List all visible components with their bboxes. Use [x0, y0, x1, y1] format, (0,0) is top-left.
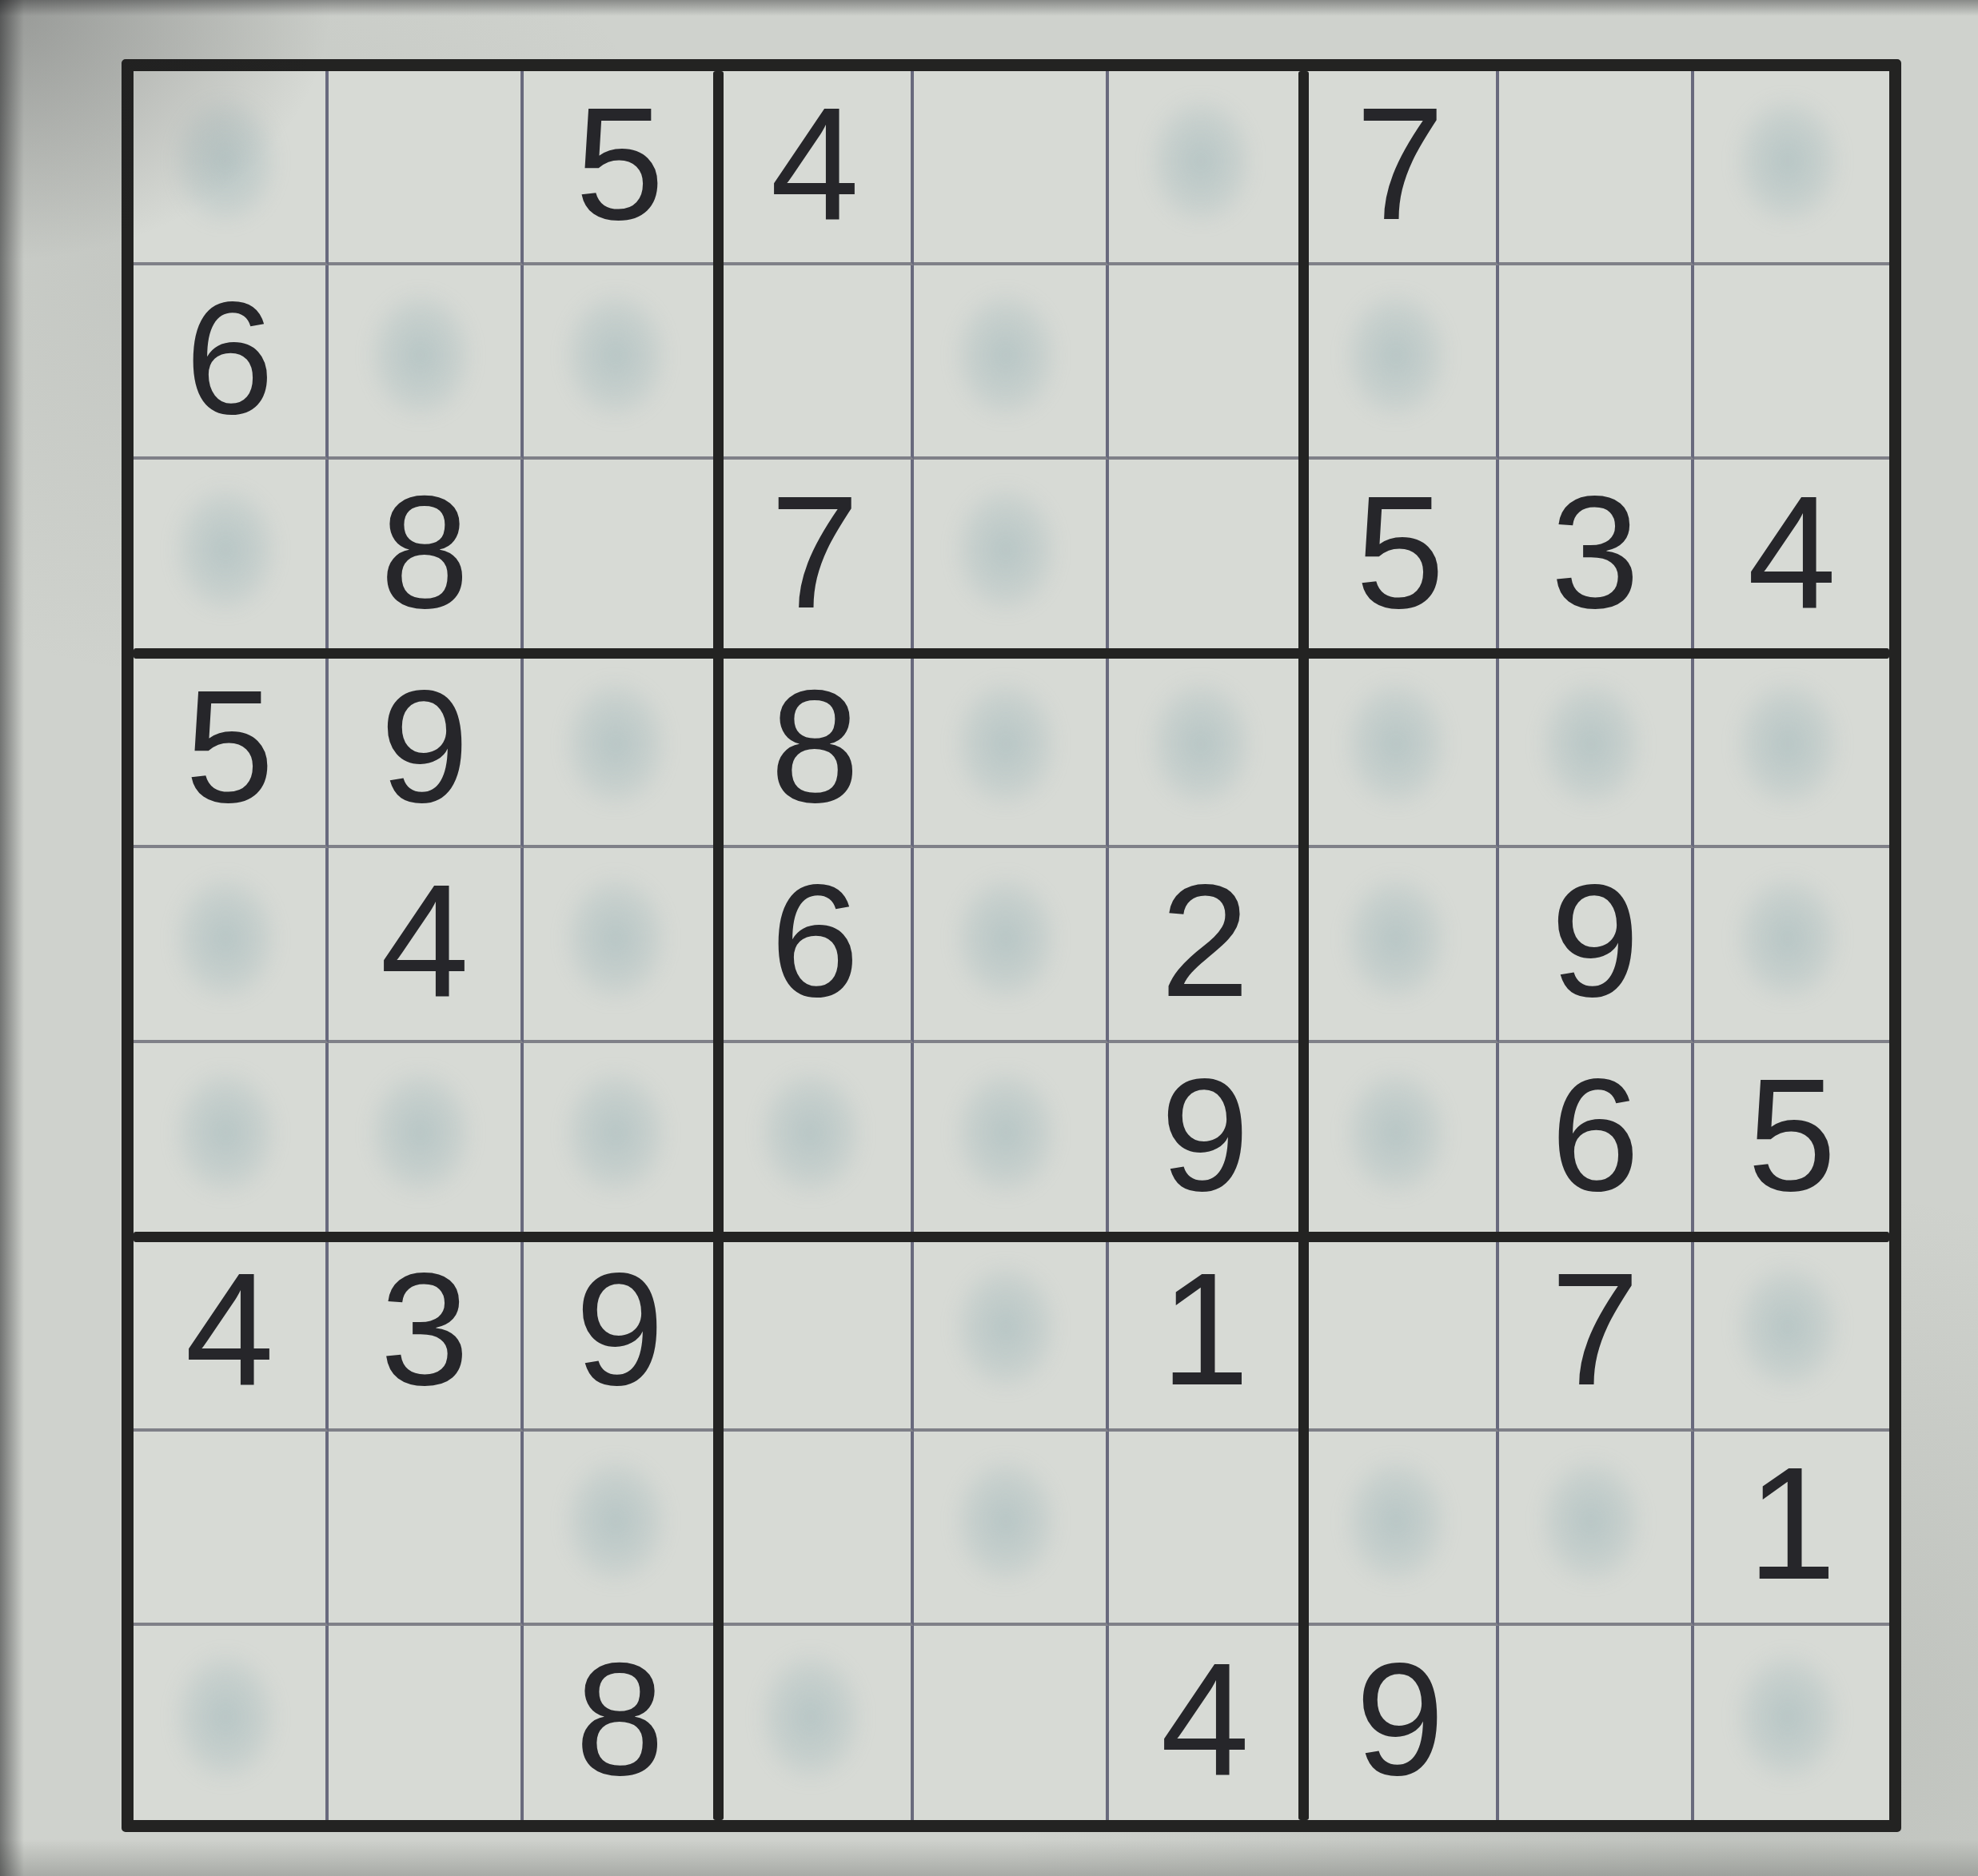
given-digit: 1 [1747, 1444, 1836, 1603]
cell-r6c5 [914, 1043, 1109, 1237]
cell-r6c2 [329, 1043, 524, 1237]
cell-r5c6: 2 [1109, 848, 1304, 1042]
cell-r8c6 [1109, 1432, 1304, 1626]
given-digit: 8 [575, 1639, 664, 1799]
cell-r4c7 [1304, 654, 1499, 848]
cell-r8c7 [1304, 1432, 1499, 1626]
bleed-through-ghost [952, 679, 1059, 809]
bleed-through-ghost [952, 1262, 1059, 1392]
given-digit: 8 [380, 472, 469, 632]
cell-r6c7 [1304, 1043, 1499, 1237]
bleed-through-ghost [757, 1068, 864, 1198]
box-divider-horizontal-2 [134, 1232, 1889, 1242]
given-digit: 9 [380, 667, 469, 826]
bleed-through-ghost [172, 1651, 279, 1782]
given-digit: 5 [185, 667, 273, 826]
given-digit: 6 [185, 278, 273, 438]
cell-r5c7 [1304, 848, 1499, 1042]
cell-r4c4: 8 [719, 654, 914, 848]
bleed-through-ghost [952, 1456, 1059, 1587]
cell-r6c4 [719, 1043, 914, 1237]
photo-shadow-bottom-edge [0, 1839, 1978, 1876]
cell-r8c4 [719, 1432, 914, 1626]
cell-r5c3 [524, 848, 719, 1042]
cell-r1c7: 7 [1304, 71, 1499, 265]
cell-r5c1 [134, 848, 329, 1042]
cell-r8c2 [329, 1432, 524, 1626]
bleed-through-ghost [1342, 679, 1450, 809]
cell-r8c9: 1 [1694, 1432, 1889, 1626]
given-digit: 9 [1160, 1055, 1249, 1215]
cell-r9c2 [329, 1626, 524, 1820]
bleed-through-ghost [1733, 1262, 1843, 1392]
cell-r4c2: 9 [329, 654, 524, 848]
cell-r2c8 [1499, 265, 1694, 460]
cell-r3c1 [134, 460, 329, 654]
given-digit: 2 [1160, 861, 1249, 1021]
given-digit: 7 [1355, 84, 1444, 244]
given-digit: 4 [185, 1249, 273, 1409]
cell-r2c1: 6 [134, 265, 329, 460]
bleed-through-ghost [562, 290, 669, 420]
given-digit: 5 [1747, 1055, 1836, 1215]
cell-r6c9: 5 [1694, 1043, 1889, 1237]
bleed-through-ghost [367, 290, 474, 420]
given-digit: 9 [1355, 1639, 1444, 1799]
bleed-through-ghost [952, 290, 1059, 420]
cell-r3c2: 8 [329, 460, 524, 654]
cell-r4c3 [524, 654, 719, 848]
cell-r8c3 [524, 1432, 719, 1626]
given-digit: 4 [380, 861, 469, 1021]
cell-r6c6: 9 [1109, 1043, 1304, 1237]
cell-r7c3: 9 [524, 1237, 719, 1432]
cell-r1c8 [1499, 71, 1694, 265]
bleed-through-ghost [172, 874, 279, 1004]
cell-r3c6 [1109, 460, 1304, 654]
cell-r1c5 [914, 71, 1109, 265]
cell-r7c5 [914, 1237, 1109, 1432]
cell-r1c6 [1109, 71, 1304, 265]
cell-r5c8: 9 [1499, 848, 1694, 1042]
cell-r7c1: 4 [134, 1237, 329, 1432]
cell-r8c8 [1499, 1432, 1694, 1626]
given-digit: 7 [770, 472, 859, 632]
cell-r7c2: 3 [329, 1237, 524, 1432]
cell-r9c3: 8 [524, 1626, 719, 1820]
bleed-through-ghost [1733, 96, 1843, 226]
cell-r9c9 [1694, 1626, 1889, 1820]
given-digit: 4 [770, 84, 859, 244]
cell-r2c2 [329, 265, 524, 460]
cell-r3c9: 4 [1694, 460, 1889, 654]
cell-r9c1 [134, 1626, 329, 1820]
bleed-through-ghost [1733, 874, 1843, 1004]
cell-r7c7 [1304, 1237, 1499, 1432]
given-digit: 3 [1550, 472, 1639, 632]
bleed-through-ghost [1342, 874, 1450, 1004]
given-digit: 9 [1550, 861, 1639, 1021]
cell-r2c9 [1694, 265, 1889, 460]
cell-r8c5 [914, 1432, 1109, 1626]
cell-r4c9 [1694, 654, 1889, 848]
photo-of-sudoku-page: 5476875345984629965439171849 [0, 0, 1978, 1876]
bleed-through-ghost [172, 96, 279, 226]
cell-r3c4: 7 [719, 460, 914, 654]
cell-r9c7: 9 [1304, 1626, 1499, 1820]
cell-r1c1 [134, 71, 329, 265]
cell-r2c7 [1304, 265, 1499, 460]
cell-r5c5 [914, 848, 1109, 1042]
bleed-through-ghost [952, 484, 1059, 615]
cell-r7c4 [719, 1237, 914, 1432]
cell-r3c3 [524, 460, 719, 654]
cell-r9c4 [719, 1626, 914, 1820]
photo-shadow-top-edge [0, 0, 1978, 16]
cell-r2c5 [914, 265, 1109, 460]
cell-r4c1: 5 [134, 654, 329, 848]
cell-r4c6 [1109, 654, 1304, 848]
cell-r2c3 [524, 265, 719, 460]
box-divider-horizontal-1 [134, 648, 1889, 659]
cell-r6c1 [134, 1043, 329, 1237]
bleed-through-ghost [562, 874, 669, 1004]
bleed-through-ghost [757, 1651, 864, 1782]
bleed-through-ghost [1342, 290, 1450, 420]
given-digit: 8 [770, 667, 859, 826]
given-digit: 6 [770, 861, 859, 1021]
bleed-through-ghost [562, 1456, 669, 1587]
bleed-through-ghost [1537, 679, 1645, 809]
cell-r9c5 [914, 1626, 1109, 1820]
given-digit: 7 [1550, 1249, 1639, 1409]
sudoku-board: 5476875345984629965439171849 [122, 59, 1901, 1832]
given-digit: 5 [1355, 472, 1444, 632]
box-divider-vertical-1 [713, 71, 724, 1820]
cell-r9c6: 4 [1109, 1626, 1304, 1820]
photo-shadow-left-edge [0, 0, 24, 1876]
given-digit: 4 [1747, 472, 1836, 632]
given-digit: 5 [575, 84, 664, 244]
cell-r5c2: 4 [329, 848, 524, 1042]
bleed-through-ghost [1733, 679, 1843, 809]
cell-r9c8 [1499, 1626, 1694, 1820]
box-divider-vertical-2 [1298, 71, 1309, 1820]
cell-r1c3: 5 [524, 71, 719, 265]
cell-r3c7: 5 [1304, 460, 1499, 654]
cell-r2c4 [719, 265, 914, 460]
cell-r8c1 [134, 1432, 329, 1626]
cell-r4c8 [1499, 654, 1694, 848]
given-digit: 4 [1160, 1639, 1249, 1799]
cell-r5c9 [1694, 848, 1889, 1042]
cell-r1c2 [329, 71, 524, 265]
given-digit: 9 [575, 1249, 664, 1409]
bleed-through-ghost [1342, 1068, 1450, 1198]
given-digit: 6 [1550, 1055, 1639, 1215]
cell-r3c8: 3 [1499, 460, 1694, 654]
bleed-through-ghost [1733, 1651, 1843, 1782]
bleed-through-ghost [562, 679, 669, 809]
cell-r6c3 [524, 1043, 719, 1237]
cell-r5c4: 6 [719, 848, 914, 1042]
bleed-through-ghost [1147, 96, 1254, 226]
cell-r7c8: 7 [1499, 1237, 1694, 1432]
bleed-through-ghost [1342, 1456, 1450, 1587]
bleed-through-ghost [562, 1068, 669, 1198]
bleed-through-ghost [367, 1068, 474, 1198]
bleed-through-ghost [1147, 679, 1254, 809]
cell-r3c5 [914, 460, 1109, 654]
bleed-through-ghost [952, 1068, 1059, 1198]
cell-r4c5 [914, 654, 1109, 848]
given-digit: 3 [380, 1249, 469, 1409]
given-digit: 1 [1160, 1249, 1249, 1409]
sudoku-grid: 5476875345984629965439171849 [134, 71, 1889, 1820]
bleed-through-ghost [1537, 1456, 1645, 1587]
cell-r1c9 [1694, 71, 1889, 265]
bleed-through-ghost [952, 874, 1059, 1004]
bleed-through-ghost [172, 1068, 279, 1198]
bleed-through-ghost [172, 484, 279, 615]
cell-r1c4: 4 [719, 71, 914, 265]
cell-r7c6: 1 [1109, 1237, 1304, 1432]
cell-r2c6 [1109, 265, 1304, 460]
cell-r7c9 [1694, 1237, 1889, 1432]
cell-r6c8: 6 [1499, 1043, 1694, 1237]
